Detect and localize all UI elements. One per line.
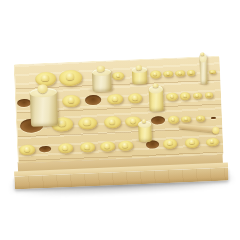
knobbed-cylinder-r1c2[interactable] [58, 70, 82, 87]
knobbed-cylinder-r3c3[interactable] [77, 116, 97, 130]
empty-hole-r2c3[interactable] [85, 95, 101, 105]
knobbed-cylinder-r4c3[interactable] [57, 143, 72, 154]
standing-cylinder-large[interactable] [29, 89, 57, 126]
knobbed-cylinder-r4c9[interactable] [185, 138, 199, 148]
board-top-surface [14, 56, 224, 164]
knobbed-cylinder-r4c5[interactable] [99, 141, 114, 152]
knobbed-cylinder-r3c9[interactable] [195, 115, 204, 121]
cylinder-block-board [9, 50, 228, 191]
empty-hole-r3c10[interactable] [210, 117, 215, 120]
standing-cylinder-thin-tall[interactable] [199, 54, 207, 84]
knobbed-cylinder-r3c8[interactable] [181, 116, 191, 123]
knobbed-cylinder-r1c7[interactable] [187, 70, 196, 76]
cylinder-knob [97, 65, 104, 71]
knobbed-cylinder-r1c3[interactable] [112, 72, 124, 81]
empty-hole-r4c2[interactable] [39, 145, 51, 152]
knobbed-cylinder-r2c2[interactable] [62, 94, 80, 107]
knobbed-cylinder-r4c4[interactable] [79, 142, 94, 153]
standing-cylinder-medium-row1[interactable] [91, 69, 111, 92]
knobbed-cylinder-r1c8[interactable] [208, 70, 215, 75]
knobbed-cylinder-r3c4[interactable] [103, 116, 120, 128]
product-photo-frame [0, 0, 240, 240]
knobbed-cylinder-r1c4[interactable] [149, 70, 160, 78]
knobbed-cylinder-r3c7[interactable] [167, 116, 178, 124]
standing-cylinder-small-centre[interactable] [138, 121, 152, 142]
knobbed-cylinder-r2c9[interactable] [205, 92, 213, 98]
knobbed-cylinder-r1c5[interactable] [163, 70, 173, 77]
lying-cylinder-rod[interactable] [178, 124, 216, 133]
knobbed-cylinder-r1c6[interactable] [175, 70, 185, 77]
knobbed-cylinder-r4c8[interactable] [163, 139, 177, 149]
knobbed-cylinder-r4c10[interactable] [205, 137, 218, 146]
empty-hole-r3c6[interactable] [151, 116, 165, 125]
cylinder-knob [136, 65, 142, 70]
knobbed-cylinder-r4c6[interactable] [117, 140, 132, 151]
knobbed-cylinder-r2c7[interactable] [180, 92, 191, 100]
standing-cylinder-medium-centre[interactable] [149, 86, 164, 112]
cylinder-knob [37, 84, 48, 93]
knobbed-cylinder-r2c6[interactable] [166, 93, 178, 101]
knobbed-cylinder-r2c4[interactable] [107, 93, 123, 105]
knobbed-cylinder-r2c5[interactable] [128, 93, 142, 103]
knobbed-cylinder-r2c8[interactable] [192, 92, 201, 98]
standing-cylinder-short-row1[interactable] [131, 68, 147, 85]
knobbed-cylinder-r4c1[interactable] [19, 144, 35, 156]
pieces-layer [15, 57, 224, 163]
